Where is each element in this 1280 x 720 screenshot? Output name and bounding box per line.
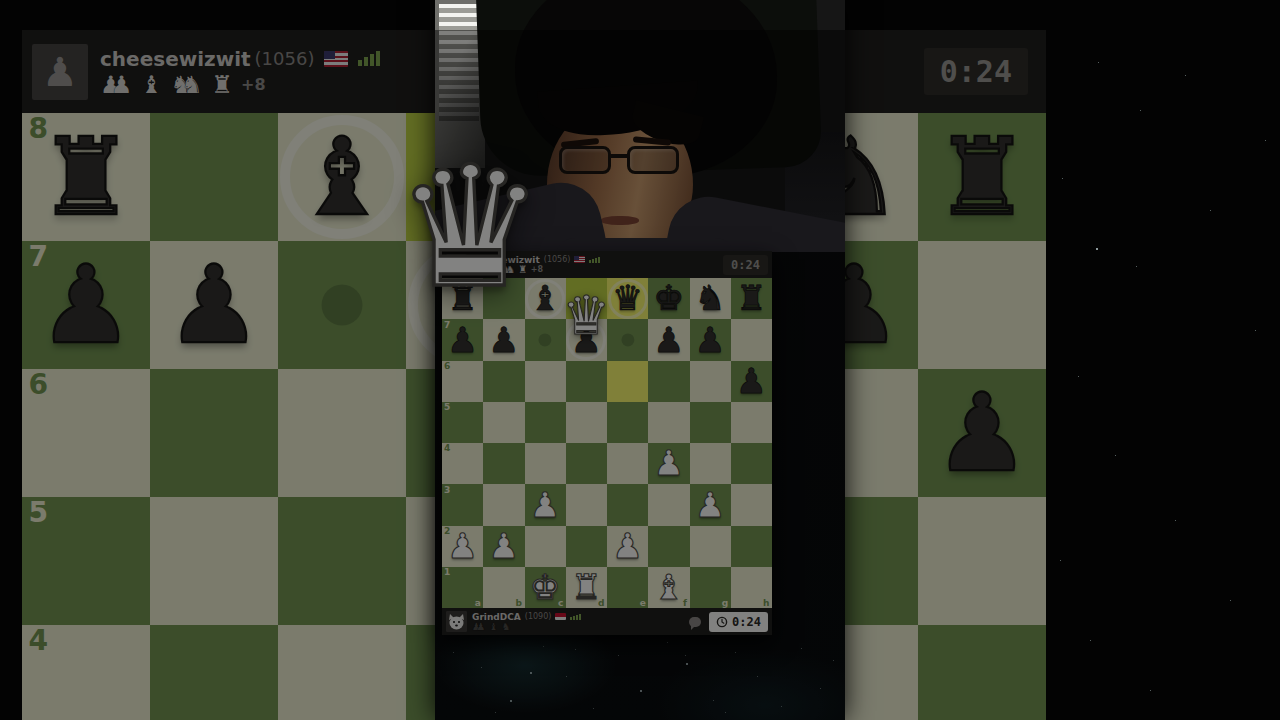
star [1230,600,1231,601]
star [1090,640,1091,641]
star [1255,330,1256,331]
star [1098,62,1099,63]
star [1060,560,1061,561]
star [1175,520,1176,521]
star [1096,248,1098,250]
star [1140,110,1141,111]
background-dim-overlay [22,30,1046,720]
star [1062,178,1063,179]
screenshot-stage: ♟ cheesewizwit (1056) ♟♟♝♞♞♜+8 0:24 8♜♝♛… [0,0,1280,720]
star [1150,690,1151,691]
star [1115,455,1116,456]
background-zoomed-app: ♟ cheesewizwit (1056) ♟♟♝♞♞♜+8 0:24 8♜♝♛… [22,30,1046,720]
star [1136,266,1137,267]
star [1185,75,1186,76]
star [1078,376,1079,377]
star [1265,140,1266,141]
star [1210,210,1211,211]
